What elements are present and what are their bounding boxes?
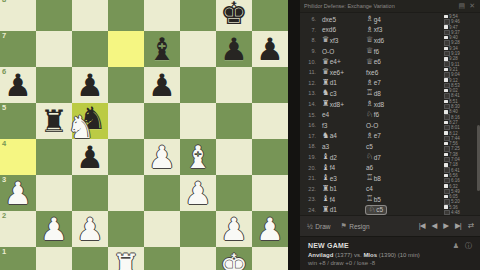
move-text: a4 [330,132,337,139]
vs-label: vs. [354,252,362,258]
white-square-icon [444,68,448,72]
white-square-icon [444,153,448,157]
black-move[interactable]: ♖b8 [366,174,416,182]
time-control: (10 min) [398,252,420,258]
square-a8[interactable]: 8 [0,0,36,31]
move-row-9: 9.O-O♕f69:349:19 [300,46,480,57]
move-text: d1 [330,206,337,213]
square-d7[interactable] [108,31,144,67]
square-f5[interactable] [180,103,216,139]
white-pawn-f3: ♟ [180,175,216,211]
square-c1[interactable] [72,247,108,270]
move-row-7: 7.exd6♗xf39:479:37 [300,25,480,36]
black-pawn-a6: ♟ [0,67,36,103]
move-text: f4 [330,164,335,171]
move-text: f6 [374,48,379,55]
figurine-icon: ♜ [322,79,329,87]
black-player-name[interactable]: Mlos [363,252,377,258]
move-text: f3 [322,122,327,129]
figurine-icon: ♜ [322,100,329,108]
figurine-icon: ♝ [322,164,329,172]
white-square-icon [444,142,448,146]
move-text: dxe5 [322,16,336,23]
white-move[interactable]: O-O [322,48,366,55]
rating-odds-line: win +8 / draw +0 / lose -8 [308,260,472,266]
square-g1[interactable]: ♚ [216,247,252,270]
move-number: 13. [304,90,316,96]
white-square-icon [444,25,448,29]
figurine-icon: ♖ [366,89,373,97]
white-move[interactable]: ♝d2 [322,153,366,161]
first-move-button[interactable]: |◀ [419,221,425,231]
move-text: c5 [366,143,373,150]
square-f7[interactable] [180,31,216,67]
move-text: xf3 [330,37,339,44]
square-f4[interactable]: ♝ [180,139,216,175]
white-square-icon [444,174,448,178]
square-d2[interactable] [108,211,144,247]
black-move[interactable]: c5 [366,143,416,150]
square-g5[interactable] [216,103,252,139]
square-g7[interactable]: ♟ [216,31,252,67]
move-row-19: 19.♝d2♘d77:387:04 [300,152,480,163]
rank-label-8: 8 [2,0,6,4]
square-e7[interactable]: ♝ [144,31,180,67]
square-g4[interactable] [216,139,252,175]
figurine-icon: ♝ [322,153,329,161]
square-c2[interactable]: ♟ [72,211,108,247]
white-pawn-e4: ♟ [144,139,180,175]
move-number: 17. [304,133,316,139]
square-h3[interactable] [252,175,288,211]
white-pawn-b2: ♟ [36,211,72,247]
white-king-g1: ♚ [216,247,252,270]
black-move[interactable]: ♕f6 [366,47,416,55]
square-g6[interactable] [216,67,252,103]
square-e6[interactable]: ♟ [144,67,180,103]
white-move[interactable]: ♜d1 [322,79,366,87]
black-move[interactable]: ♗e7 [366,79,416,87]
move-text: c5 [376,206,383,213]
move-times: 9:128:53 [444,78,472,89]
move-number: 10. [304,59,316,65]
move-number: 14. [304,101,316,107]
move-text: e7 [374,132,381,139]
black-move[interactable]: ♗xd8 [366,100,416,108]
rank-label-2: 2 [2,212,6,220]
white-square-icon [444,57,448,61]
prev-move-button[interactable]: ◀ [431,221,436,231]
black-player-rating: (1390) [379,252,396,258]
figurine-icon: ♖ [366,174,373,182]
move-text: a3 [322,143,329,150]
black-move[interactable]: ♗e7 [366,132,416,140]
white-move[interactable]: ♛xe6+ [322,68,366,76]
square-d5[interactable] [108,103,144,139]
draw-button[interactable]: ½ Draw [307,223,331,230]
last-move-button[interactable]: ▶| [455,221,461,231]
white-square-icon [444,184,448,188]
move-text: exd6 [322,26,336,33]
move-row-20: 20.♝f4a67:186:41 [300,162,480,173]
move-text: d7 [374,154,381,161]
move-times: 9:479:37 [444,25,472,36]
white-move[interactable]: exd6 [322,26,366,33]
book-icon[interactable]: ▤ [459,2,466,10]
square-b6[interactable] [36,67,72,103]
square-c6[interactable]: ♟ [72,67,108,103]
square-c8[interactable] [72,0,108,31]
move-times: 8:127:44 [444,131,472,142]
figurine-icon: ♕ [366,47,373,55]
square-f8[interactable] [180,0,216,31]
next-move-button[interactable]: ▶ [443,221,448,231]
move-row-6: 6.dxe5♗g49:549:46 [300,14,480,25]
white-move[interactable]: ♞a4 [322,132,366,140]
board-panel-divider [288,0,300,270]
square-h6[interactable] [252,67,288,103]
black-move[interactable]: a6 [366,164,416,171]
black-move[interactable]: ♘c5 [366,206,416,214]
move-row-18: 18.a3c57:567:25 [300,141,480,152]
opening-name: Philidor Defense: Exchange Variation [304,3,455,9]
figurine-icon: ♞ [322,89,329,97]
figurine-icon: ♝ [322,174,329,182]
move-text: g4 [374,16,381,23]
square-a1[interactable]: 1 [0,247,36,270]
figurine-icon: ♗ [366,15,373,23]
white-bishop-f4: ♝ [180,139,216,175]
square-d6[interactable] [108,67,144,103]
rank-label-7: 7 [2,32,6,40]
white-move[interactable]: ♛e4+ [322,58,366,66]
move-row-11: 11.♛xe6+fxe69:219:04 [300,67,480,78]
figurine-icon: ♛ [322,58,329,66]
square-f1[interactable] [180,247,216,270]
move-number: 16. [304,122,316,128]
square-c7[interactable] [72,31,108,67]
square-g3[interactable] [216,175,252,211]
move-list: 6.dxe5♗g49:549:467.exd6♗xf39:479:378.♛xf… [300,13,480,215]
move-times: 9:219:04 [444,67,472,78]
move-number: 8. [304,37,316,43]
black-bishop-e7: ♝ [144,31,180,67]
figurine-icon: ♘ [366,111,373,119]
move-text: xd6 [374,37,384,44]
white-pawn-h2: ♟ [252,211,288,247]
white-move[interactable]: ♛xf3 [322,36,366,44]
white-rook-d1: ♜ [108,247,144,270]
white-square-icon [444,195,448,199]
draw-half-icon: ½ [307,223,313,230]
resign-label: Resign [349,223,369,230]
move-text: xf3 [374,26,383,33]
move-text: e3 [330,175,337,182]
draw-label: Draw [315,223,330,230]
figurine-icon: ♜ [322,185,329,193]
square-b7[interactable] [36,31,72,67]
white-pawn-c2: ♟ [72,211,108,247]
square-g2[interactable]: ♟ [216,211,252,247]
figurine-icon: ♕ [366,36,373,44]
square-c3[interactable] [72,175,108,211]
move-number: 11. [304,69,316,75]
square-e5[interactable] [144,103,180,139]
black-pawn-g7: ♟ [216,31,252,67]
square-b2[interactable]: ♟ [36,211,72,247]
move-number: 12. [304,80,316,86]
move-number: 24. [304,207,316,213]
pawn-icon[interactable]: ♟ [453,242,459,250]
move-times: 8:408:16 [444,109,472,120]
move-times: 9:028:41 [444,88,472,99]
white-square-icon [444,100,448,104]
rank-label-1: 1 [2,248,6,256]
move-row-24: 24.♜d1♘c55:364:48 [300,205,480,216]
square-b8[interactable] [36,0,72,31]
black-move[interactable]: ♖b5 [366,195,416,203]
game-side-panel: Philidor Defense: Exchange Variation ▤ ✕… [300,0,480,270]
square-a4[interactable]: 4 [0,139,36,175]
figurine-icon: ♗ [366,79,373,87]
move-number: 19. [304,154,316,160]
black-pawn-c6: ♟ [72,67,108,103]
move-number: 6. [304,16,316,22]
square-d1[interactable]: ♜ [108,247,144,270]
new-game-icons: ♟ ⓘ [447,241,472,251]
black-pawn-e6: ♟ [144,67,180,103]
move-times: 9:349:19 [444,46,472,57]
square-a2[interactable]: 2 [0,211,36,247]
rank-label-4: 4 [2,140,6,148]
move-text: e4 [322,111,329,118]
white-square-icon [444,205,448,209]
move-number: 21. [304,175,316,181]
flip-board-button[interactable]: ⇄ [468,221,473,231]
move-text: d1 [330,79,337,86]
move-row-13: 13.♞c3♖d89:028:41 [300,88,480,99]
square-a7[interactable]: 7 [0,31,36,67]
square-e2[interactable] [144,211,180,247]
figurine-icon: ♘ [369,206,376,214]
square-h1[interactable] [252,247,288,270]
figurine-icon: ♜ [322,206,329,214]
white-move[interactable]: ♜d1 [322,206,366,214]
move-row-23: 23.♝f4♖b56:055:20 [300,194,480,205]
opening-header: Philidor Defense: Exchange Variation ▤ ✕ [300,0,480,13]
move-number: 23. [304,196,316,202]
move-text: d8 [374,90,381,97]
figurine-icon: ♗ [366,100,373,108]
black-move[interactable]: ♘f6 [366,111,416,119]
white-move[interactable]: e4 [322,111,366,118]
black-move[interactable]: ♖d8 [366,89,416,97]
figurine-icon: ♖ [366,195,373,203]
move-text: xd8 [374,101,384,108]
move-text: b1 [330,185,337,192]
white-move[interactable]: ♞c3 [322,89,366,97]
move-row-15: 15.e4♘f68:408:16 [300,109,480,120]
move-text: O-O [366,122,378,129]
black-move[interactable]: ♗g4 [366,15,416,23]
move-row-14: 14.♜xd8+♗xd88:518:30 [300,99,480,110]
move-number: 22. [304,186,316,192]
square-f3[interactable]: ♟ [180,175,216,211]
square-d4[interactable] [108,139,144,175]
white-move[interactable]: ♜xd8+ [322,100,366,108]
move-times: 9:289:11 [444,56,472,67]
black-move[interactable]: ♕e6 [366,58,416,66]
move-number: 7. [304,27,316,33]
move-text: b8 [374,175,381,182]
white-square-icon [444,110,448,114]
game-controls-toolbar: ½ Draw ⚑ Resign |◀◀▶▶|⇄ [300,215,480,236]
white-move[interactable]: a3 [322,143,366,150]
white-pawn-g2: ♟ [216,211,252,247]
info-icon[interactable]: ⓘ [465,241,472,251]
black-move[interactable]: O-O [366,122,416,129]
white-player-name[interactable]: Anvilagd [308,252,333,258]
matchup-line: Anvilagd (1377) vs. Mlos (1390) (10 min) [308,252,472,258]
square-h8[interactable] [252,0,288,31]
move-row-16: 16.f3O-O8:278:01 [300,120,480,131]
move-text: e4+ [330,58,341,65]
black-move[interactable]: c4 [366,185,416,192]
move-times: 8:518:30 [444,99,472,110]
move-text: c4 [366,185,373,192]
white-square-icon [444,15,448,19]
figurine-icon: ♕ [366,58,373,66]
move-row-21: 21.♝e3♖b86:566:16 [300,173,480,184]
square-e1[interactable] [144,247,180,270]
move-number: 20. [304,165,316,171]
square-b1[interactable] [36,247,72,270]
move-row-17: 17.♞a4♗e78:127:44 [300,131,480,142]
collapse-icon[interactable]: ✕ [469,2,475,10]
figurine-icon: ♗ [366,132,373,140]
white-move[interactable]: dxe5 [322,16,366,23]
white-move[interactable]: ♝f4 [322,195,366,203]
move-text: xe6+ [330,69,344,76]
square-h2[interactable]: ♟ [252,211,288,247]
figurine-icon: ♗ [366,26,373,34]
white-square-icon [444,131,448,135]
figurine-icon: ♘ [366,153,373,161]
square-b3[interactable] [36,175,72,211]
move-times: 6:055:20 [444,194,472,205]
rank-label-5: 5 [2,104,6,112]
move-text: e6 [374,58,381,65]
white-square-icon [444,47,448,51]
white-move[interactable]: ♝e3 [322,174,366,182]
white-move[interactable]: f3 [322,122,366,129]
move-times: 5:364:48 [444,205,472,216]
new-game-section: NEW GAME ♟ ⓘ Anvilagd (1377) vs. Mlos (1… [300,236,480,270]
move-times: 9:409:28 [444,35,472,46]
white-square-icon [444,163,448,167]
move-times: 7:387:04 [444,152,472,163]
figurine-icon: ♞ [322,132,329,140]
black-pawn-h7: ♟ [252,31,288,67]
chess-board: 8♚7♝♟♟6♟♟♟5♜♞4♟♟♝3♟♟2♟♟♟♟1♜♚♞ [0,0,288,270]
move-text: f6 [374,111,379,118]
resign-flag-icon: ⚑ [341,222,347,230]
resign-button[interactable]: ⚑ Resign [341,222,370,230]
square-d3[interactable] [108,175,144,211]
move-text: fxe6 [366,69,378,76]
square-e8[interactable] [144,0,180,31]
square-f2[interactable] [180,211,216,247]
move-text: e7 [374,79,381,86]
move-times: 7:186:41 [444,162,472,173]
move-text: a6 [366,164,373,171]
figurine-icon: ♛ [322,68,329,76]
square-a3[interactable]: 3♟ [0,175,36,211]
square-a6[interactable]: 6♟ [0,67,36,103]
square-g8[interactable]: ♚ [216,0,252,31]
move-times: 9:549:46 [444,14,472,25]
move-text: d2 [330,154,337,161]
white-square-icon [444,121,448,125]
black-move[interactable]: ♕xd6 [366,36,416,44]
move-number: 9. [304,48,316,54]
white-pawn-a3: ♟ [0,175,36,211]
move-times: 6:325:49 [444,184,472,195]
move-row-12: 12.♜d1♗e79:128:53 [300,78,480,89]
move-row-10: 10.♛e4+♕e69:289:11 [300,56,480,67]
black-clock-time: 4:48 [444,210,472,216]
move-times: 7:567:25 [444,141,472,152]
white-square-icon [444,89,448,93]
move-row-8: 8.♛xf3♕xd69:409:28 [300,35,480,46]
move-text: xd8+ [330,101,344,108]
move-times: 6:566:16 [444,173,472,184]
chess-app-window: 8♚7♝♟♟6♟♟♟5♜♞4♟♟♝3♟♟2♟♟♟♟1♜♚♞ Philidor D… [0,0,480,270]
figurine-icon: ♝ [322,195,329,203]
move-text: O-O [322,48,334,55]
move-text: f4 [330,196,335,203]
white-square-icon [444,36,448,40]
figurine-icon: ♛ [322,36,329,44]
square-h5[interactable] [252,103,288,139]
white-move[interactable]: ♝f4 [322,164,366,172]
move-number: 15. [304,112,316,118]
white-knight-animating-a4-c5: ♞ [63,109,99,145]
move-nav-buttons: |◀◀▶▶|⇄ [412,221,473,231]
white-square-icon [444,78,448,82]
black-move[interactable]: ♘d7 [366,153,416,161]
black-move[interactable]: ♗xf3 [366,26,416,34]
white-move[interactable]: ♜b1 [322,185,366,193]
move-times: 8:278:01 [444,120,472,131]
square-f6[interactable] [180,67,216,103]
square-a5[interactable]: 5 [0,103,36,139]
move-text: b5 [374,196,381,203]
move-number: 18. [304,143,316,149]
square-e4[interactable]: ♟ [144,139,180,175]
square-h7[interactable]: ♟ [252,31,288,67]
square-d8[interactable] [108,0,144,31]
black-king-g8: ♚ [216,0,252,31]
move-text: c3 [330,90,337,97]
black-move[interactable]: fxe6 [366,69,416,76]
black-square-icon [444,210,450,216]
move-row-22: 22.♜b1c46:325:49 [300,184,480,195]
white-player-rating: (1377) [335,252,352,258]
square-h4[interactable] [252,139,288,175]
square-e3[interactable] [144,175,180,211]
